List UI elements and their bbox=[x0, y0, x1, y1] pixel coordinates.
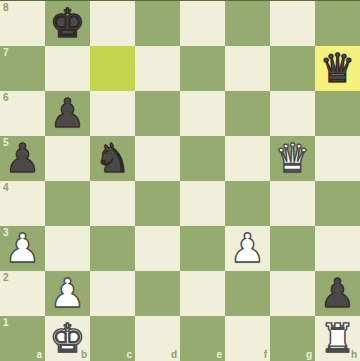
square-c1[interactable]: c bbox=[90, 316, 135, 361]
square-d7[interactable] bbox=[135, 46, 180, 91]
square-e7[interactable] bbox=[180, 46, 225, 91]
square-f2[interactable] bbox=[225, 271, 270, 316]
square-a2[interactable]: 2 bbox=[0, 271, 45, 316]
square-d5[interactable] bbox=[135, 136, 180, 181]
square-b8[interactable]: ♚ bbox=[45, 1, 90, 46]
white-pawn[interactable]: ♟ bbox=[45, 271, 90, 316]
square-c3[interactable] bbox=[90, 226, 135, 271]
file-label-f: f bbox=[264, 349, 267, 360]
square-g6[interactable] bbox=[270, 91, 315, 136]
square-e3[interactable] bbox=[180, 226, 225, 271]
square-e6[interactable] bbox=[180, 91, 225, 136]
square-g1[interactable]: g bbox=[270, 316, 315, 361]
file-label-d: d bbox=[171, 349, 177, 360]
rank-label-1: 1 bbox=[3, 317, 9, 328]
square-g3[interactable] bbox=[270, 226, 315, 271]
square-c2[interactable] bbox=[90, 271, 135, 316]
white-queen[interactable]: ♛ bbox=[270, 136, 315, 181]
square-b5[interactable] bbox=[45, 136, 90, 181]
black-king[interactable]: ♚ bbox=[45, 1, 90, 46]
white-king[interactable]: ♚ bbox=[45, 316, 90, 361]
square-h8[interactable] bbox=[315, 1, 360, 46]
chess-board: 8♚7♛6♟5♟♞♛43♟♟2♟♟1ab♚cdefgh♜ bbox=[0, 1, 360, 361]
square-f5[interactable] bbox=[225, 136, 270, 181]
file-label-g: g bbox=[306, 349, 312, 360]
chess-board-container: 8♚7♛6♟5♟♞♛43♟♟2♟♟1ab♚cdefgh♜ bbox=[0, 0, 360, 361]
square-a8[interactable]: 8 bbox=[0, 1, 45, 46]
white-pawn[interactable]: ♟ bbox=[0, 226, 45, 271]
rank-label-2: 2 bbox=[3, 272, 9, 283]
square-g4[interactable] bbox=[270, 181, 315, 226]
square-h4[interactable] bbox=[315, 181, 360, 226]
square-b1[interactable]: b♚ bbox=[45, 316, 90, 361]
square-b7[interactable] bbox=[45, 46, 90, 91]
square-b6[interactable]: ♟ bbox=[45, 91, 90, 136]
square-h2[interactable]: ♟ bbox=[315, 271, 360, 316]
square-a4[interactable]: 4 bbox=[0, 181, 45, 226]
square-a6[interactable]: 6 bbox=[0, 91, 45, 136]
square-d1[interactable]: d bbox=[135, 316, 180, 361]
square-g7[interactable] bbox=[270, 46, 315, 91]
file-label-a: a bbox=[36, 349, 42, 360]
black-pawn[interactable]: ♟ bbox=[0, 136, 45, 181]
file-label-c: c bbox=[126, 349, 132, 360]
black-knight[interactable]: ♞ bbox=[90, 136, 135, 181]
square-f3[interactable]: ♟ bbox=[225, 226, 270, 271]
square-b3[interactable] bbox=[45, 226, 90, 271]
square-c7[interactable] bbox=[90, 46, 135, 91]
square-d8[interactable] bbox=[135, 1, 180, 46]
square-d6[interactable] bbox=[135, 91, 180, 136]
square-a7[interactable]: 7 bbox=[0, 46, 45, 91]
square-c6[interactable] bbox=[90, 91, 135, 136]
square-b4[interactable] bbox=[45, 181, 90, 226]
square-c5[interactable]: ♞ bbox=[90, 136, 135, 181]
square-a1[interactable]: 1a bbox=[0, 316, 45, 361]
square-h1[interactable]: h♜ bbox=[315, 316, 360, 361]
square-f8[interactable] bbox=[225, 1, 270, 46]
square-f7[interactable] bbox=[225, 46, 270, 91]
square-b2[interactable]: ♟ bbox=[45, 271, 90, 316]
rank-label-6: 6 bbox=[3, 92, 9, 103]
square-e8[interactable] bbox=[180, 1, 225, 46]
rank-label-4: 4 bbox=[3, 182, 9, 193]
square-c4[interactable] bbox=[90, 181, 135, 226]
square-h7[interactable]: ♛ bbox=[315, 46, 360, 91]
square-d4[interactable] bbox=[135, 181, 180, 226]
square-f1[interactable]: f bbox=[225, 316, 270, 361]
rank-label-7: 7 bbox=[3, 47, 9, 58]
square-f6[interactable] bbox=[225, 91, 270, 136]
white-rook[interactable]: ♜ bbox=[315, 316, 360, 361]
square-g2[interactable] bbox=[270, 271, 315, 316]
file-label-e: e bbox=[216, 349, 222, 360]
square-f4[interactable] bbox=[225, 181, 270, 226]
square-e4[interactable] bbox=[180, 181, 225, 226]
square-h5[interactable] bbox=[315, 136, 360, 181]
square-g5[interactable]: ♛ bbox=[270, 136, 315, 181]
square-a5[interactable]: 5♟ bbox=[0, 136, 45, 181]
square-d3[interactable] bbox=[135, 226, 180, 271]
square-e5[interactable] bbox=[180, 136, 225, 181]
square-e2[interactable] bbox=[180, 271, 225, 316]
black-pawn[interactable]: ♟ bbox=[45, 91, 90, 136]
black-pawn[interactable]: ♟ bbox=[315, 271, 360, 316]
white-pawn[interactable]: ♟ bbox=[225, 226, 270, 271]
square-c8[interactable] bbox=[90, 1, 135, 46]
square-d2[interactable] bbox=[135, 271, 180, 316]
square-a3[interactable]: 3♟ bbox=[0, 226, 45, 271]
square-g8[interactable] bbox=[270, 1, 315, 46]
square-h6[interactable] bbox=[315, 91, 360, 136]
rank-label-8: 8 bbox=[3, 2, 9, 13]
square-e1[interactable]: e bbox=[180, 316, 225, 361]
square-h3[interactable] bbox=[315, 226, 360, 271]
black-queen[interactable]: ♛ bbox=[315, 46, 360, 91]
